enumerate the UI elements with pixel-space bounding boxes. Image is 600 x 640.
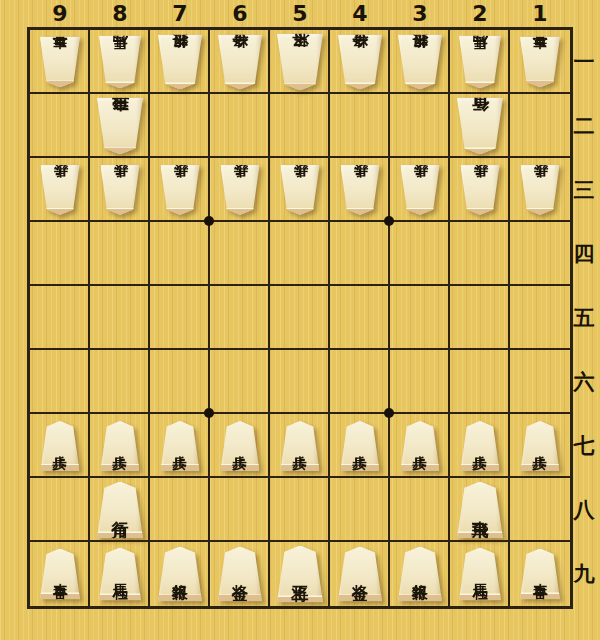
piece-bishop-sente[interactable]: 角行 xyxy=(97,482,143,539)
file-label-9: 9 xyxy=(52,3,67,25)
piece-tile: 金将 xyxy=(338,35,382,90)
piece-kanji: 飛車 xyxy=(472,509,489,512)
board-cell-7四[interactable] xyxy=(150,222,210,286)
board-cell-9二[interactable] xyxy=(30,94,90,158)
board-cell-7六[interactable] xyxy=(150,350,210,414)
rank-label-6: 六 xyxy=(574,372,595,393)
board-cell-5二[interactable] xyxy=(270,94,330,158)
piece-king-sente[interactable]: 王将 xyxy=(277,546,323,603)
piece-tile: 歩兵 xyxy=(41,165,80,215)
piece-lance-sente[interactable]: 香車 xyxy=(520,549,560,600)
piece-gold-sente[interactable]: 金将 xyxy=(338,547,382,602)
piece-kanji: 歩兵 xyxy=(413,189,427,192)
piece-tile: 歩兵 xyxy=(41,421,80,471)
board-cell-3八[interactable] xyxy=(390,478,450,542)
piece-kanji: 歩兵 xyxy=(173,189,187,192)
piece-knight-gote[interactable]: 桂馬 xyxy=(459,36,501,89)
piece-kanji: 桂馬 xyxy=(473,61,488,64)
piece-kanji: 歩兵 xyxy=(113,189,127,192)
piece-tile: 飛車 xyxy=(457,482,503,539)
piece-pawn-gote[interactable]: 歩兵 xyxy=(341,165,380,215)
file-label-2: 2 xyxy=(472,3,487,25)
piece-pawn-sente[interactable]: 歩兵 xyxy=(101,421,140,471)
rank-label-8: 八 xyxy=(574,500,595,521)
board-cell-4八[interactable] xyxy=(330,478,390,542)
board-cell-3二[interactable] xyxy=(390,94,450,158)
board-cell-8四[interactable] xyxy=(90,222,150,286)
piece-bishop-gote[interactable]: 角行 xyxy=(457,98,503,155)
board-cell-1四[interactable] xyxy=(510,222,570,286)
star-point xyxy=(384,408,394,418)
piece-tile: 歩兵 xyxy=(281,421,320,471)
board-cell-4二[interactable] xyxy=(330,94,390,158)
piece-tile: 角行 xyxy=(457,98,503,155)
piece-tile: 桂馬 xyxy=(459,548,501,601)
piece-pawn-gote[interactable]: 歩兵 xyxy=(401,165,440,215)
piece-silver-gote[interactable]: 銀将 xyxy=(158,35,202,90)
piece-kanji: 香車 xyxy=(533,61,548,64)
star-point xyxy=(204,408,214,418)
piece-tile: 歩兵 xyxy=(101,421,140,471)
piece-lance-gote[interactable]: 香車 xyxy=(40,37,80,88)
piece-kanji: 金将 xyxy=(232,573,248,576)
piece-tile: 角行 xyxy=(97,482,143,539)
piece-kanji: 銀将 xyxy=(172,61,188,64)
board-cell-6二[interactable] xyxy=(210,94,270,158)
piece-tile: 香車 xyxy=(520,37,560,88)
piece-kanji: 玉将 xyxy=(292,61,309,64)
rank-label-4: 四 xyxy=(574,244,595,265)
piece-tile: 歩兵 xyxy=(521,421,560,471)
board-cell-2六[interactable] xyxy=(450,350,510,414)
piece-kanji: 歩兵 xyxy=(353,189,367,192)
board-cell-1八[interactable] xyxy=(510,478,570,542)
piece-kanji: 歩兵 xyxy=(473,445,487,448)
piece-kanji: 金将 xyxy=(352,573,368,576)
piece-pawn-sente[interactable]: 歩兵 xyxy=(461,421,500,471)
rank-label-7: 七 xyxy=(574,436,595,457)
piece-pawn-gote[interactable]: 歩兵 xyxy=(161,165,200,215)
piece-tile: 銀将 xyxy=(158,547,202,602)
piece-tile: 歩兵 xyxy=(401,165,440,215)
board-cell-8六[interactable] xyxy=(90,350,150,414)
piece-tile: 金将 xyxy=(338,547,382,602)
piece-tile: 銀将 xyxy=(398,547,442,602)
piece-pawn-gote[interactable]: 歩兵 xyxy=(281,165,320,215)
piece-tile: 歩兵 xyxy=(401,421,440,471)
piece-tile: 歩兵 xyxy=(521,165,560,215)
piece-kanji: 桂馬 xyxy=(113,61,128,64)
star-point xyxy=(204,216,214,226)
piece-kanji: 金将 xyxy=(352,61,368,64)
piece-tile: 飛車 xyxy=(97,98,143,155)
board-cell-4四[interactable] xyxy=(330,222,390,286)
piece-kanji: 歩兵 xyxy=(113,445,127,448)
piece-kanji: 香車 xyxy=(53,573,68,576)
board-cell-8五[interactable] xyxy=(90,286,150,350)
piece-kanji: 歩兵 xyxy=(53,445,67,448)
file-label-1: 1 xyxy=(532,3,547,25)
piece-kanji: 角行 xyxy=(472,125,489,128)
piece-pawn-sente[interactable]: 歩兵 xyxy=(281,421,320,471)
piece-kanji: 桂馬 xyxy=(113,573,128,576)
file-label-8: 8 xyxy=(112,3,127,25)
piece-kanji: 歩兵 xyxy=(53,189,67,192)
board-cell-3四[interactable] xyxy=(390,222,450,286)
piece-pawn-gote[interactable]: 歩兵 xyxy=(221,165,260,215)
piece-rook-gote[interactable]: 飛車 xyxy=(97,98,143,155)
piece-pawn-gote[interactable]: 歩兵 xyxy=(101,165,140,215)
piece-kanji: 香車 xyxy=(53,61,68,64)
piece-pawn-sente[interactable]: 歩兵 xyxy=(401,421,440,471)
piece-kanji: 歩兵 xyxy=(353,445,367,448)
board-cell-6八[interactable] xyxy=(210,478,270,542)
rank-label-5: 五 xyxy=(574,308,595,329)
board-cell-5六[interactable] xyxy=(270,350,330,414)
file-label-4: 4 xyxy=(352,3,367,25)
piece-tile: 歩兵 xyxy=(341,165,380,215)
piece-kanji: 歩兵 xyxy=(413,445,427,448)
piece-kanji: 歩兵 xyxy=(473,189,487,192)
board-cell-2四[interactable] xyxy=(450,222,510,286)
board-cell-7八[interactable] xyxy=(150,478,210,542)
piece-tile: 歩兵 xyxy=(341,421,380,471)
piece-pawn-sente[interactable]: 歩兵 xyxy=(521,421,560,471)
piece-tile: 玉将 xyxy=(277,34,323,91)
board-cell-5五[interactable] xyxy=(270,286,330,350)
piece-tile: 歩兵 xyxy=(221,165,260,215)
piece-pawn-gote[interactable]: 歩兵 xyxy=(41,165,80,215)
piece-kanji: 銀将 xyxy=(172,573,188,576)
piece-tile: 歩兵 xyxy=(161,421,200,471)
board-cell-9八[interactable] xyxy=(30,478,90,542)
piece-tile: 歩兵 xyxy=(461,421,500,471)
piece-pawn-sente[interactable]: 歩兵 xyxy=(41,421,80,471)
piece-kanji: 歩兵 xyxy=(233,189,247,192)
piece-tile: 歩兵 xyxy=(461,165,500,215)
piece-king-gote[interactable]: 玉将 xyxy=(277,34,323,91)
piece-silver-sente[interactable]: 銀将 xyxy=(398,547,442,602)
piece-tile: 香車 xyxy=(520,549,560,600)
piece-tile: 桂馬 xyxy=(459,36,501,89)
file-label-7: 7 xyxy=(172,3,187,25)
piece-tile: 金将 xyxy=(218,35,262,90)
rank-label-9: 九 xyxy=(574,564,595,585)
board-cell-5四[interactable] xyxy=(270,222,330,286)
piece-tile: 銀将 xyxy=(158,35,202,90)
piece-pawn-gote[interactable]: 歩兵 xyxy=(521,165,560,215)
piece-gold-sente[interactable]: 金将 xyxy=(218,547,262,602)
piece-pawn-sente[interactable]: 歩兵 xyxy=(341,421,380,471)
board-cell-2五[interactable] xyxy=(450,286,510,350)
piece-tile: 歩兵 xyxy=(281,165,320,215)
board-cell-9六[interactable] xyxy=(30,350,90,414)
rank-label-2: 二 xyxy=(574,116,595,137)
board-cell-1六[interactable] xyxy=(510,350,570,414)
piece-tile: 桂馬 xyxy=(99,548,141,601)
board-cell-1二[interactable] xyxy=(510,94,570,158)
board-cell-9五[interactable] xyxy=(30,286,90,350)
rank-label-1: 一 xyxy=(574,52,595,73)
file-label-6: 6 xyxy=(232,3,247,25)
piece-rook-sente[interactable]: 飛車 xyxy=(457,482,503,539)
file-label-3: 3 xyxy=(412,3,427,25)
board-cell-7二[interactable] xyxy=(150,94,210,158)
board-cell-3六[interactable] xyxy=(390,350,450,414)
piece-lance-gote[interactable]: 香車 xyxy=(520,37,560,88)
piece-tile: 桂馬 xyxy=(99,36,141,89)
piece-tile: 銀将 xyxy=(398,35,442,90)
piece-gold-gote[interactable]: 金将 xyxy=(218,35,262,90)
piece-pawn-sente[interactable]: 歩兵 xyxy=(161,421,200,471)
piece-kanji: 角行 xyxy=(112,509,129,512)
piece-silver-gote[interactable]: 銀将 xyxy=(398,35,442,90)
board-cell-6五[interactable] xyxy=(210,286,270,350)
piece-kanji: 歩兵 xyxy=(293,189,307,192)
piece-tile: 歩兵 xyxy=(101,165,140,215)
piece-tile: 香車 xyxy=(40,549,80,600)
piece-tile: 歩兵 xyxy=(221,421,260,471)
piece-silver-sente[interactable]: 銀将 xyxy=(158,547,202,602)
board-cell-3五[interactable] xyxy=(390,286,450,350)
piece-kanji: 飛車 xyxy=(112,125,129,128)
board-cell-6六[interactable] xyxy=(210,350,270,414)
piece-kanji: 桂馬 xyxy=(473,573,488,576)
piece-pawn-gote[interactable]: 歩兵 xyxy=(461,165,500,215)
board-cell-4六[interactable] xyxy=(330,350,390,414)
piece-tile: 香車 xyxy=(40,37,80,88)
piece-tile: 歩兵 xyxy=(161,165,200,215)
board-cell-6四[interactable] xyxy=(210,222,270,286)
piece-lance-sente[interactable]: 香車 xyxy=(40,549,80,600)
piece-kanji: 銀将 xyxy=(412,61,428,64)
piece-knight-gote[interactable]: 桂馬 xyxy=(99,36,141,89)
board-cell-1五[interactable] xyxy=(510,286,570,350)
piece-kanji: 歩兵 xyxy=(533,445,547,448)
piece-kanji: 歩兵 xyxy=(173,445,187,448)
board-cell-9四[interactable] xyxy=(30,222,90,286)
shogi-board-app: 987654321 一二三四五六七八九 香車桂馬銀将金将玉将金将銀将桂馬香車飛車… xyxy=(0,0,600,640)
piece-gold-gote[interactable]: 金将 xyxy=(338,35,382,90)
piece-kanji: 香車 xyxy=(533,573,548,576)
piece-kanji: 銀将 xyxy=(412,573,428,576)
piece-tile: 王将 xyxy=(277,546,323,603)
star-point xyxy=(384,216,394,226)
rank-label-3: 三 xyxy=(574,180,595,201)
board-cell-4五[interactable] xyxy=(330,286,390,350)
piece-pawn-sente[interactable]: 歩兵 xyxy=(221,421,260,471)
piece-tile: 金将 xyxy=(218,547,262,602)
piece-kanji: 王将 xyxy=(292,573,309,576)
piece-kanji: 歩兵 xyxy=(233,445,247,448)
file-label-5: 5 xyxy=(292,3,307,25)
board-cell-7五[interactable] xyxy=(150,286,210,350)
piece-kanji: 歩兵 xyxy=(533,189,547,192)
piece-kanji: 金将 xyxy=(232,61,248,64)
piece-kanji: 歩兵 xyxy=(293,445,307,448)
piece-knight-sente[interactable]: 桂馬 xyxy=(99,548,141,601)
piece-knight-sente[interactable]: 桂馬 xyxy=(459,548,501,601)
board-cell-5八[interactable] xyxy=(270,478,330,542)
